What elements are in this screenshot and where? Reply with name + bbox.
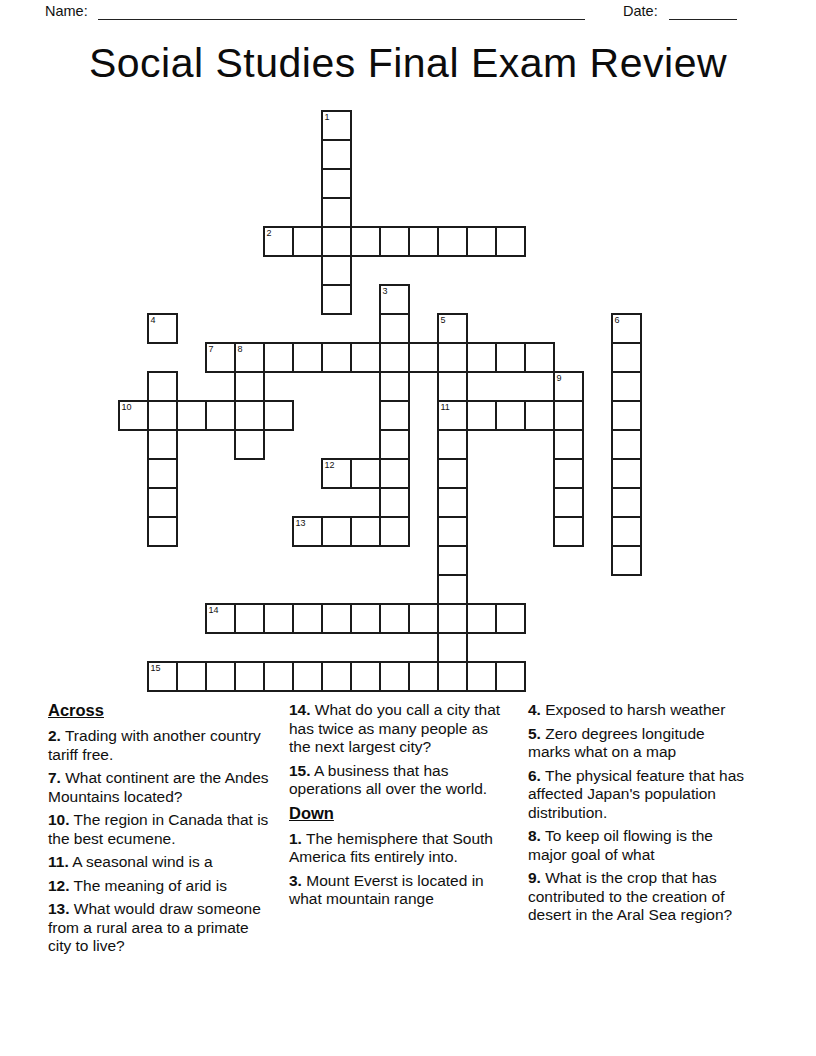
clue-column-1: Across2. Trading with another country ta…	[48, 701, 274, 961]
cell-r8c5[interactable]	[263, 342, 294, 373]
clue-column-3: 4. Exposed to harsh weather5. Zero degre…	[528, 701, 747, 930]
cell-r17c6[interactable]	[292, 603, 323, 634]
cell-r3c7[interactable]	[321, 197, 352, 228]
clue-d8-number: 8.	[528, 827, 541, 844]
cell-r10c12[interactable]	[466, 400, 497, 431]
cell-r19c4[interactable]	[234, 661, 265, 692]
cell-r8c12[interactable]	[466, 342, 497, 373]
cell-r19c3[interactable]	[205, 661, 236, 692]
cell-r14c6[interactable]: 13	[292, 516, 323, 547]
cell-r17c9[interactable]	[379, 603, 410, 634]
cell-r8c10[interactable]	[408, 342, 439, 373]
clue-a14: 14. What do you call a city that has twi…	[289, 701, 512, 757]
cell-r4c8[interactable]	[350, 226, 381, 257]
cell-r14c15[interactable]	[553, 516, 584, 547]
clue-a13-number: 13.	[48, 900, 70, 917]
clue-a2-number: 2.	[48, 727, 61, 744]
cell-r16c11[interactable]	[437, 574, 468, 605]
clue-d6: 6. The physical feature that has affecte…	[528, 767, 747, 823]
clue-number-5: 5	[441, 315, 446, 325]
cell-r17c4[interactable]	[234, 603, 265, 634]
cell-r19c12[interactable]	[466, 661, 497, 692]
cell-r14c1[interactable]	[147, 516, 178, 547]
cell-r13c1[interactable]	[147, 487, 178, 518]
clue-a14-number: 14.	[289, 701, 311, 718]
cell-r14c9[interactable]	[379, 516, 410, 547]
cell-r12c15[interactable]	[553, 458, 584, 489]
cell-r13c11[interactable]	[437, 487, 468, 518]
cell-r19c5[interactable]	[263, 661, 294, 692]
clue-d5-number: 5.	[528, 725, 541, 742]
cell-r12c1[interactable]	[147, 458, 178, 489]
cell-r19c13[interactable]	[495, 661, 526, 692]
cell-r17c3[interactable]: 14	[205, 603, 236, 634]
cell-r8c4[interactable]: 8	[234, 342, 265, 373]
cell-r10c11[interactable]: 11	[437, 400, 468, 431]
cell-r11c4[interactable]	[234, 429, 265, 460]
clue-a7-number: 7.	[48, 769, 61, 786]
cell-r17c5[interactable]	[263, 603, 294, 634]
cell-r4c12[interactable]	[466, 226, 497, 257]
clue-d4-number: 4.	[528, 701, 541, 718]
clue-d4: 4. Exposed to harsh weather	[528, 701, 747, 720]
cell-r15c17[interactable]	[611, 545, 642, 576]
clue-column-2: 14. What do you call a city that has twi…	[289, 701, 512, 914]
cell-r10c9[interactable]	[379, 400, 410, 431]
cell-r12c7[interactable]: 12	[321, 458, 352, 489]
date-label: Date:	[623, 3, 658, 19]
cell-r9c1[interactable]	[147, 371, 178, 402]
cell-r19c11[interactable]	[437, 661, 468, 692]
cell-r19c2[interactable]	[176, 661, 207, 692]
cell-r4c10[interactable]	[408, 226, 439, 257]
cell-r4c6[interactable]	[292, 226, 323, 257]
clue-d3-number: 3.	[289, 872, 302, 889]
cell-r12c17[interactable]	[611, 458, 642, 489]
clue-d5: 5. Zero degrees longitude marks what on …	[528, 725, 747, 762]
clue-a12-number: 12.	[48, 877, 70, 894]
cell-r4c9[interactable]	[379, 226, 410, 257]
cell-r12c8[interactable]	[350, 458, 381, 489]
cell-r10c0[interactable]: 10	[118, 400, 149, 431]
clue-number-14: 14	[209, 605, 219, 615]
cell-r7c11[interactable]: 5	[437, 313, 468, 344]
cell-r4c11[interactable]	[437, 226, 468, 257]
cell-r19c8[interactable]	[350, 661, 381, 692]
cell-r7c1[interactable]: 4	[147, 313, 178, 344]
cell-r8c3[interactable]: 7	[205, 342, 236, 373]
cell-r8c8[interactable]	[350, 342, 381, 373]
heading-down: Down	[289, 804, 512, 823]
cell-r8c17[interactable]	[611, 342, 642, 373]
cell-r13c9[interactable]	[379, 487, 410, 518]
cell-r4c7[interactable]	[321, 226, 352, 257]
clue-number-8: 8	[238, 344, 243, 354]
clue-number-3: 3	[383, 286, 388, 296]
cell-r8c11[interactable]	[437, 342, 468, 373]
worksheet-page: Name: Date: Social Studies Final Exam Re…	[0, 0, 816, 1056]
cell-r10c15[interactable]	[553, 400, 584, 431]
clue-number-9: 9	[557, 373, 562, 383]
clue-number-10: 10	[122, 402, 132, 412]
cell-r14c11[interactable]	[437, 516, 468, 547]
cell-r8c7[interactable]	[321, 342, 352, 373]
cell-r14c17[interactable]	[611, 516, 642, 547]
clue-a11: 11. A seasonal wind is a	[48, 853, 274, 872]
page-title: Social Studies Final Exam Review	[0, 40, 816, 87]
clue-d3: 3. Mount Everst is located in what mount…	[289, 872, 512, 909]
cell-r6c9[interactable]: 3	[379, 284, 410, 315]
cell-r9c4[interactable]	[234, 371, 265, 402]
clue-number-4: 4	[151, 315, 156, 325]
cell-r12c11[interactable]	[437, 458, 468, 489]
clue-a7: 7. What continent are the Andes Mountain…	[48, 769, 274, 806]
name-label: Name:	[45, 3, 88, 19]
clue-a2: 2. Trading with another country tariff f…	[48, 727, 274, 764]
cell-r13c17[interactable]	[611, 487, 642, 518]
cell-r7c17[interactable]: 6	[611, 313, 642, 344]
cell-r9c11[interactable]	[437, 371, 468, 402]
clue-a15-number: 15.	[289, 762, 311, 779]
cell-r8c6[interactable]	[292, 342, 323, 373]
cell-r17c8[interactable]	[350, 603, 381, 634]
clue-number-13: 13	[296, 518, 306, 528]
cell-r9c15[interactable]: 9	[553, 371, 584, 402]
cell-r10c13[interactable]	[495, 400, 526, 431]
clue-a13: 13. What would draw someone from a rural…	[48, 900, 274, 956]
cell-r15c11[interactable]	[437, 545, 468, 576]
cell-r12c9[interactable]	[379, 458, 410, 489]
clue-a12: 12. The meaning of arid is	[48, 877, 274, 896]
cell-r19c6[interactable]	[292, 661, 323, 692]
cell-r17c7[interactable]	[321, 603, 352, 634]
clue-number-12: 12	[325, 460, 335, 470]
cell-r6c7[interactable]	[321, 284, 352, 315]
clue-a11-number: 11.	[48, 853, 69, 870]
cell-r11c15[interactable]	[553, 429, 584, 460]
cell-r11c1[interactable]	[147, 429, 178, 460]
cell-r17c13[interactable]	[495, 603, 526, 634]
cell-r7c9[interactable]	[379, 313, 410, 344]
clue-d1: 1. The hemisphere that South America fit…	[289, 830, 512, 867]
clue-number-15: 15	[151, 663, 161, 673]
cell-r17c12[interactable]	[466, 603, 497, 634]
cell-r10c17[interactable]	[611, 400, 642, 431]
cell-r14c8[interactable]	[350, 516, 381, 547]
cell-r13c15[interactable]	[553, 487, 584, 518]
cell-r18c11[interactable]	[437, 632, 468, 663]
clue-a15: 15. A business that has operations all o…	[289, 762, 512, 799]
date-write-line	[669, 18, 737, 20]
clue-number-2: 2	[267, 228, 272, 238]
cell-r19c1[interactable]: 15	[147, 661, 178, 692]
cell-r10c2[interactable]	[176, 400, 207, 431]
cell-r2c7[interactable]	[321, 168, 352, 199]
cell-r5c7[interactable]	[321, 255, 352, 286]
heading-across: Across	[48, 701, 274, 720]
cell-r17c11[interactable]	[437, 603, 468, 634]
cell-r4c5[interactable]: 2	[263, 226, 294, 257]
clue-d6-number: 6.	[528, 767, 541, 784]
cell-r19c9[interactable]	[379, 661, 410, 692]
cell-r11c11[interactable]	[437, 429, 468, 460]
cell-r11c17[interactable]	[611, 429, 642, 460]
clue-number-7: 7	[209, 344, 214, 354]
cell-r9c17[interactable]	[611, 371, 642, 402]
cell-r8c14[interactable]	[524, 342, 555, 373]
cell-r11c9[interactable]	[379, 429, 410, 460]
cell-r14c7[interactable]	[321, 516, 352, 547]
cell-r0c7[interactable]: 1	[321, 110, 352, 141]
cell-r17c10[interactable]	[408, 603, 439, 634]
cell-r8c13[interactable]	[495, 342, 526, 373]
cell-r19c10[interactable]	[408, 661, 439, 692]
name-write-line	[98, 18, 585, 20]
crossword-grid: 123456789101112131415	[118, 110, 642, 692]
cell-r10c4[interactable]	[234, 400, 265, 431]
clue-d1-number: 1.	[289, 830, 302, 847]
clue-number-11: 11	[441, 402, 450, 412]
cell-r9c9[interactable]	[379, 371, 410, 402]
clue-d8: 8. To keep oil flowing is the major goal…	[528, 827, 747, 864]
cell-r19c7[interactable]	[321, 661, 352, 692]
clue-d9: 9. What is the crop that has contributed…	[528, 869, 747, 925]
cell-r4c13[interactable]	[495, 226, 526, 257]
cell-r1c7[interactable]	[321, 139, 352, 170]
cell-r10c1[interactable]	[147, 400, 178, 431]
cell-r10c3[interactable]	[205, 400, 236, 431]
cell-r10c5[interactable]	[263, 400, 294, 431]
clue-a10: 10. The region in Canada that is the bes…	[48, 811, 274, 848]
clue-d9-number: 9.	[528, 869, 541, 886]
clue-number-6: 6	[615, 315, 620, 325]
cell-r10c14[interactable]	[524, 400, 555, 431]
cell-r8c9[interactable]	[379, 342, 410, 373]
clue-a10-number: 10.	[48, 811, 70, 828]
clue-number-1: 1	[325, 112, 330, 122]
